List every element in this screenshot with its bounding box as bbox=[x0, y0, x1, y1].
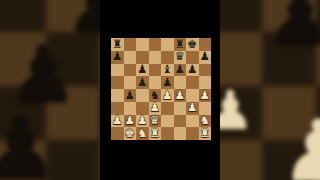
square-a4[interactable] bbox=[111, 89, 124, 102]
blurred-white-pawn: ♟ bbox=[280, 108, 320, 180]
square-f6[interactable]: ♟ bbox=[174, 64, 187, 77]
square-g2[interactable] bbox=[186, 115, 199, 128]
white-pawn: ♟ bbox=[161, 89, 174, 102]
square-f4[interactable]: ♟ bbox=[174, 89, 187, 102]
square-h4[interactable]: ♟ bbox=[199, 89, 212, 102]
white-pawn: ♟ bbox=[199, 89, 212, 102]
blurred-black-pawn: ♟ bbox=[0, 106, 59, 180]
square-h6[interactable] bbox=[199, 64, 212, 77]
square-a2[interactable]: ♟ bbox=[111, 115, 124, 128]
white-rook: ♜ bbox=[199, 127, 212, 140]
square-a7[interactable]: ♟ bbox=[111, 51, 124, 64]
white-king: ♚ bbox=[124, 127, 137, 140]
square-e3[interactable] bbox=[161, 102, 174, 115]
square-b4[interactable]: ♟ bbox=[124, 89, 137, 102]
black-pawn: ♟ bbox=[136, 76, 149, 89]
square-g5[interactable] bbox=[186, 76, 199, 89]
square-c8[interactable] bbox=[136, 38, 149, 51]
square-a1[interactable] bbox=[111, 127, 124, 140]
black-pawn: ♟ bbox=[111, 51, 124, 64]
square-d1[interactable]: ♜ bbox=[149, 127, 162, 140]
square-c1[interactable]: ♞ bbox=[136, 127, 149, 140]
black-pawn: ♟ bbox=[174, 64, 187, 77]
square-f3[interactable] bbox=[174, 102, 187, 115]
square-d6[interactable] bbox=[149, 64, 162, 77]
square-e8[interactable] bbox=[161, 38, 174, 51]
square-g8[interactable]: ♚ bbox=[186, 38, 199, 51]
square-g3[interactable]: ♟ bbox=[186, 102, 199, 115]
square-e2[interactable] bbox=[161, 115, 174, 128]
chess-board[interactable]: ♜♜♚♟♛♟♟♝♟♟♟♟♟♞♟♟♟♟♟♟♟♟♛♞♚♞♜♜ bbox=[111, 38, 211, 140]
square-g1[interactable] bbox=[186, 127, 199, 140]
white-pawn: ♟ bbox=[174, 89, 187, 102]
square-c4[interactable] bbox=[136, 89, 149, 102]
square-h7[interactable]: ♟ bbox=[199, 51, 212, 64]
black-pawn: ♟ bbox=[124, 89, 137, 102]
square-h1[interactable]: ♜ bbox=[199, 127, 212, 140]
square-f2[interactable] bbox=[174, 115, 187, 128]
black-pawn: ♟ bbox=[186, 64, 199, 77]
square-f1[interactable] bbox=[174, 127, 187, 140]
square-d7[interactable] bbox=[149, 51, 162, 64]
square-a5[interactable] bbox=[111, 76, 124, 89]
black-pawn: ♟ bbox=[199, 51, 212, 64]
square-b1[interactable]: ♚ bbox=[124, 127, 137, 140]
square-c5[interactable]: ♟ bbox=[136, 76, 149, 89]
square-e4[interactable]: ♟ bbox=[161, 89, 174, 102]
white-pawn: ♟ bbox=[111, 115, 124, 128]
white-knight: ♞ bbox=[136, 127, 149, 140]
white-pawn: ♟ bbox=[186, 102, 199, 115]
square-b8[interactable] bbox=[124, 38, 137, 51]
video-frame: ♟♟♟♟♟♟ ♜♜♚♟♛♟♟♝♟♟♟♟♟♞♟♟♟♟♟♟♟♟♛♞♚♞♜♜ bbox=[0, 0, 320, 180]
square-a6[interactable] bbox=[111, 64, 124, 77]
square-e1[interactable] bbox=[161, 127, 174, 140]
square-b7[interactable] bbox=[124, 51, 137, 64]
black-king: ♚ bbox=[186, 38, 199, 51]
white-rook: ♜ bbox=[149, 127, 162, 140]
blurred-black-pawn: ♟ bbox=[266, 0, 320, 56]
square-b6[interactable] bbox=[124, 64, 137, 77]
square-g6[interactable]: ♟ bbox=[186, 64, 199, 77]
square-d8[interactable] bbox=[149, 38, 162, 51]
